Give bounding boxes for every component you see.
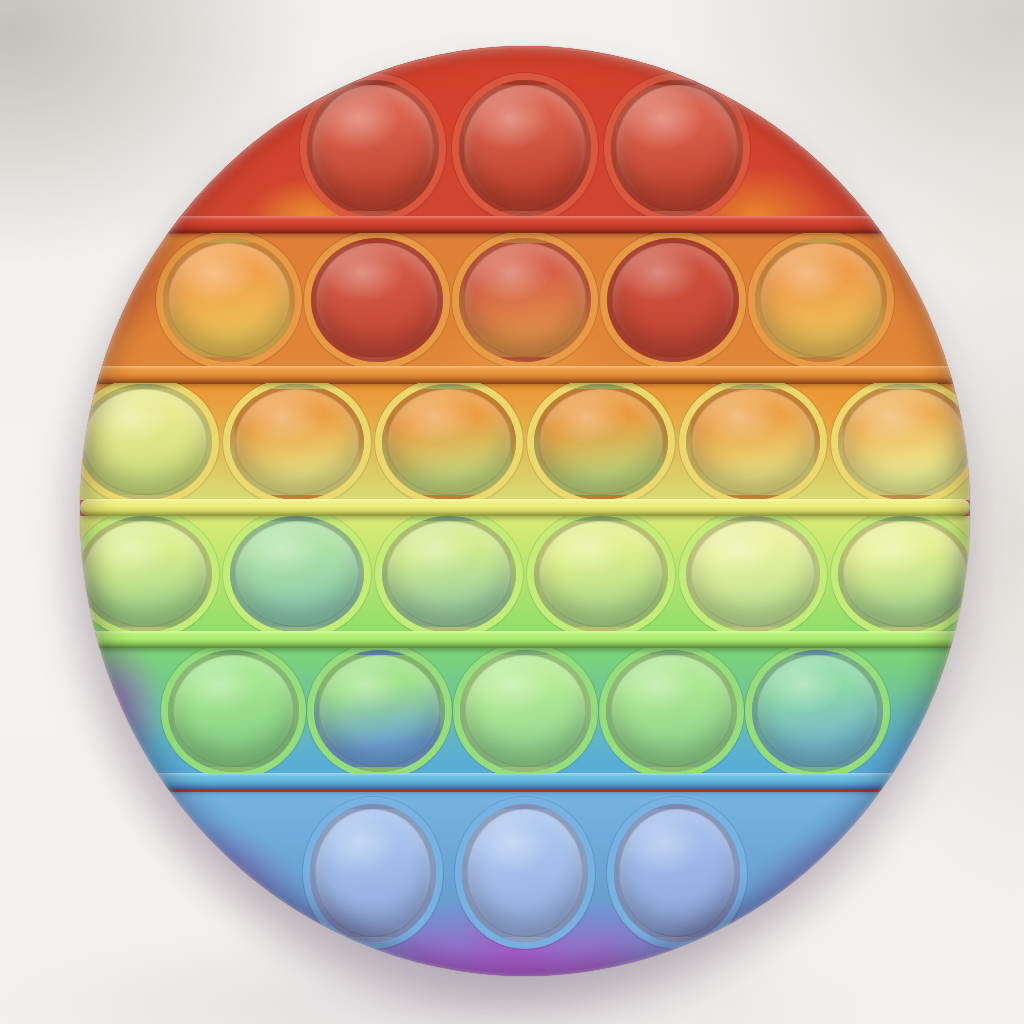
divider-bar-4 (80, 631, 970, 648)
bubble-row-4-yellow-green (80, 516, 970, 632)
bubble-r5-c5[interactable] (752, 650, 883, 772)
bubble-r4-c2[interactable] (230, 516, 364, 632)
bubble-r3-c5[interactable] (686, 384, 820, 500)
bubble-r5-c2[interactable] (314, 650, 445, 772)
bubble-r2-c1[interactable] (163, 238, 295, 362)
bubble-r6-c1[interactable] (310, 804, 436, 942)
bubble-r5-c1[interactable] (168, 650, 299, 772)
bubble-r3-c3[interactable] (382, 384, 516, 500)
bubble-row-3-orange-yellow (80, 384, 970, 500)
bubble-r5-c3[interactable] (460, 650, 591, 772)
bubble-r3-c2[interactable] (230, 384, 364, 500)
bubble-row-6-blue-purple (80, 792, 970, 976)
bubble-r3-c1[interactable] (80, 384, 212, 500)
divider-bar-5 (80, 773, 970, 790)
bubble-r3-c6[interactable] (838, 384, 970, 500)
bubble-r2-c5[interactable] (755, 238, 887, 362)
bubble-r2-c3[interactable] (459, 238, 591, 362)
bubble-r4-c1[interactable] (80, 516, 212, 632)
pop-it-toy (80, 46, 970, 976)
bubble-r1-c2[interactable] (459, 80, 591, 216)
divider-bar-1 (80, 216, 970, 233)
bubble-r4-c4[interactable] (534, 516, 668, 632)
bubble-r3-c4[interactable] (534, 384, 668, 500)
divider-bar-2 (80, 366, 970, 383)
bubble-row-1-red (80, 46, 970, 224)
divider-bar-3 (80, 499, 970, 516)
bubble-r6-c3[interactable] (614, 804, 740, 942)
bubble-r4-c3[interactable] (382, 516, 516, 632)
bubble-r6-c2[interactable] (462, 804, 588, 942)
bubble-row-2-orange-red (80, 234, 970, 366)
bubble-row-5-green-blue (80, 648, 970, 774)
bubble-r1-c3[interactable] (611, 80, 743, 216)
bubble-r2-c2[interactable] (311, 238, 443, 362)
bubble-r4-c6[interactable] (838, 516, 970, 632)
bubble-r4-c5[interactable] (686, 516, 820, 632)
bubble-r1-c1[interactable] (307, 80, 439, 216)
bubble-r5-c4[interactable] (606, 650, 737, 772)
bubble-r2-c4[interactable] (607, 238, 739, 362)
